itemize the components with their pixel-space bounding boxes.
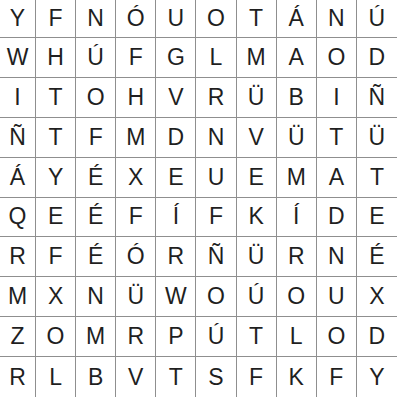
grid-cell-r8c6[interactable]: O: [196, 277, 236, 317]
grid-cell-r8c9[interactable]: U: [317, 277, 357, 317]
grid-cell-r7c9[interactable]: N: [317, 237, 357, 277]
grid-cell-r9c8[interactable]: L: [277, 317, 317, 357]
grid-cell-r10c1[interactable]: R: [0, 357, 36, 397]
grid-cell-r1c7[interactable]: T: [237, 0, 277, 38]
grid-cell-r2c4[interactable]: F: [116, 38, 156, 78]
grid-cell-r9c5[interactable]: P: [156, 317, 196, 357]
grid-cell-r3c1[interactable]: I: [0, 78, 36, 118]
grid-cell-r9c1[interactable]: Z: [0, 317, 36, 357]
word-search-grid: YFNÓUOTÁNÚWHÚFGLMAODITOHVRÜBIÑÑTFMDNVÜTÜ…: [0, 0, 397, 397]
grid-cell-r4c1[interactable]: Ñ: [0, 118, 36, 158]
grid-cell-r1c1[interactable]: Y: [0, 0, 36, 38]
grid-cell-r10c5[interactable]: T: [156, 357, 196, 397]
grid-cell-r7c3[interactable]: É: [76, 237, 116, 277]
grid-cell-r1c10[interactable]: Ú: [357, 0, 397, 38]
grid-cell-r7c5[interactable]: R: [156, 237, 196, 277]
grid-cell-r7c10[interactable]: É: [357, 237, 397, 277]
grid-cell-r3c8[interactable]: B: [277, 78, 317, 118]
grid-cell-r5c10[interactable]: T: [357, 158, 397, 198]
grid-cell-r3c7[interactable]: Ü: [237, 78, 277, 118]
grid-cell-r9c10[interactable]: D: [357, 317, 397, 357]
grid-cell-r6c10[interactable]: E: [357, 198, 397, 238]
grid-cell-r1c2[interactable]: F: [36, 0, 76, 38]
grid-cell-r7c2[interactable]: F: [36, 237, 76, 277]
grid-cell-r10c3[interactable]: B: [76, 357, 116, 397]
grid-cell-r3c9[interactable]: I: [317, 78, 357, 118]
grid-cell-r4c9[interactable]: T: [317, 118, 357, 158]
grid-cell-r7c1[interactable]: R: [0, 237, 36, 277]
grid-cell-r5c1[interactable]: Á: [0, 158, 36, 198]
grid-cell-r2c3[interactable]: Ú: [76, 38, 116, 78]
grid-cell-r10c4[interactable]: V: [116, 357, 156, 397]
grid-cell-r2c1[interactable]: W: [0, 38, 36, 78]
grid-cell-r4c2[interactable]: T: [36, 118, 76, 158]
grid-cell-r10c2[interactable]: L: [36, 357, 76, 397]
grid-cell-r6c6[interactable]: F: [196, 198, 236, 238]
grid-cell-r6c8[interactable]: Í: [277, 198, 317, 238]
grid-cell-r6c5[interactable]: Í: [156, 198, 196, 238]
grid-cell-r4c5[interactable]: D: [156, 118, 196, 158]
grid-cell-r6c1[interactable]: Q: [0, 198, 36, 238]
grid-cell-r8c4[interactable]: Ü: [116, 277, 156, 317]
grid-cell-r5c9[interactable]: A: [317, 158, 357, 198]
grid-cell-r1c6[interactable]: O: [196, 0, 236, 38]
grid-cell-r3c10[interactable]: Ñ: [357, 78, 397, 118]
grid-cell-r10c9[interactable]: F: [317, 357, 357, 397]
grid-cell-r5c5[interactable]: E: [156, 158, 196, 198]
grid-cell-r8c5[interactable]: W: [156, 277, 196, 317]
grid-cell-r3c5[interactable]: V: [156, 78, 196, 118]
grid-cell-r2c6[interactable]: L: [196, 38, 236, 78]
grid-cell-r7c7[interactable]: Ü: [237, 237, 277, 277]
grid-cell-r2c8[interactable]: A: [277, 38, 317, 78]
grid-cell-r9c6[interactable]: Ú: [196, 317, 236, 357]
grid-cell-r2c10[interactable]: D: [357, 38, 397, 78]
grid-cell-r10c10[interactable]: Y: [357, 357, 397, 397]
grid-cell-r1c9[interactable]: N: [317, 0, 357, 38]
grid-cell-r7c8[interactable]: R: [277, 237, 317, 277]
grid-cell-r8c1[interactable]: M: [0, 277, 36, 317]
grid-cell-r4c8[interactable]: Ü: [277, 118, 317, 158]
grid-cell-r10c7[interactable]: F: [237, 357, 277, 397]
grid-cell-r9c2[interactable]: O: [36, 317, 76, 357]
grid-cell-r9c4[interactable]: R: [116, 317, 156, 357]
grid-cell-r2c2[interactable]: H: [36, 38, 76, 78]
grid-cell-r4c3[interactable]: F: [76, 118, 116, 158]
grid-cell-r2c9[interactable]: O: [317, 38, 357, 78]
grid-cell-r7c6[interactable]: Ñ: [196, 237, 236, 277]
grid-cell-r5c4[interactable]: X: [116, 158, 156, 198]
grid-cell-r1c3[interactable]: N: [76, 0, 116, 38]
grid-cell-r1c8[interactable]: Á: [277, 0, 317, 38]
grid-cell-r10c6[interactable]: S: [196, 357, 236, 397]
grid-cell-r5c7[interactable]: E: [237, 158, 277, 198]
grid-cell-r1c4[interactable]: Ó: [116, 0, 156, 38]
grid-cell-r2c5[interactable]: G: [156, 38, 196, 78]
grid-cell-r3c3[interactable]: O: [76, 78, 116, 118]
grid-cell-r5c3[interactable]: É: [76, 158, 116, 198]
grid-cell-r1c5[interactable]: U: [156, 0, 196, 38]
grid-cell-r3c4[interactable]: H: [116, 78, 156, 118]
grid-cell-r7c4[interactable]: Ó: [116, 237, 156, 277]
grid-cell-r9c3[interactable]: M: [76, 317, 116, 357]
grid-cell-r3c6[interactable]: R: [196, 78, 236, 118]
grid-cell-r6c2[interactable]: E: [36, 198, 76, 238]
grid-cell-r8c3[interactable]: N: [76, 277, 116, 317]
grid-cell-r4c7[interactable]: V: [237, 118, 277, 158]
grid-cell-r10c8[interactable]: K: [277, 357, 317, 397]
grid-cell-r8c10[interactable]: X: [357, 277, 397, 317]
grid-cell-r5c8[interactable]: M: [277, 158, 317, 198]
grid-cell-r5c6[interactable]: U: [196, 158, 236, 198]
grid-cell-r9c9[interactable]: O: [317, 317, 357, 357]
grid-cell-r2c7[interactable]: M: [237, 38, 277, 78]
grid-cell-r8c8[interactable]: O: [277, 277, 317, 317]
grid-cell-r6c7[interactable]: K: [237, 198, 277, 238]
grid-cell-r6c9[interactable]: D: [317, 198, 357, 238]
grid-cell-r5c2[interactable]: Y: [36, 158, 76, 198]
grid-cell-r6c4[interactable]: F: [116, 198, 156, 238]
grid-cell-r9c7[interactable]: T: [237, 317, 277, 357]
grid-cell-r6c3[interactable]: É: [76, 198, 116, 238]
grid-cell-r8c2[interactable]: X: [36, 277, 76, 317]
grid-cell-r4c10[interactable]: Ü: [357, 118, 397, 158]
grid-cell-r8c7[interactable]: Ú: [237, 277, 277, 317]
grid-cell-r3c2[interactable]: T: [36, 78, 76, 118]
grid-cell-r4c4[interactable]: M: [116, 118, 156, 158]
grid-cell-r4c6[interactable]: N: [196, 118, 236, 158]
